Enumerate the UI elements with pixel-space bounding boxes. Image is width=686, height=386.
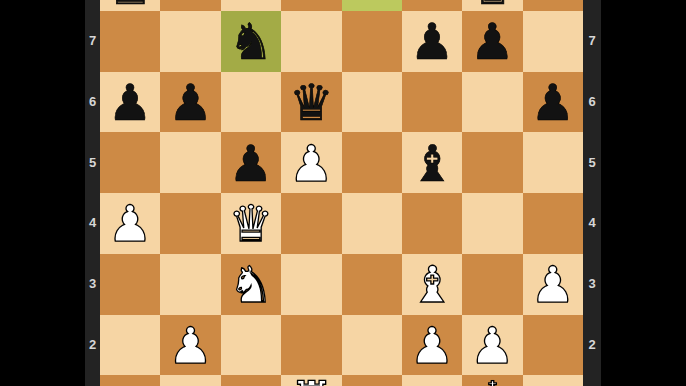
- rank-label-right-4: 4: [583, 216, 601, 230]
- black-pawn-c5[interactable]: ♟: [229, 139, 274, 189]
- board-frame-right: 765432: [583, 0, 601, 386]
- white-pawn-d5[interactable]: ♟: [289, 139, 334, 189]
- square-c1[interactable]: [221, 375, 281, 386]
- square-f4[interactable]: [402, 193, 462, 254]
- square-d1[interactable]: ♜: [281, 375, 341, 386]
- square-c7[interactable]: ♞: [221, 11, 281, 72]
- black-pawn-b6[interactable]: ♟: [168, 78, 213, 128]
- square-f1[interactable]: [402, 375, 462, 386]
- square-b5[interactable]: [160, 132, 220, 193]
- rank-label-right-5: 5: [583, 156, 601, 170]
- square-a4[interactable]: ♟: [100, 193, 160, 254]
- square-a3[interactable]: [100, 254, 160, 315]
- board-frame-left: 765432: [85, 0, 100, 386]
- white-king-g1[interactable]: ♚: [470, 375, 515, 386]
- square-f3[interactable]: ♝: [402, 254, 462, 315]
- square-b4[interactable]: [160, 193, 220, 254]
- chess-board: ♜♚♞♟♟♟♟♛♟♟♟♝♟♛♞♝♟♟♟♟♜♚: [100, 0, 583, 386]
- square-c2[interactable]: [221, 315, 281, 376]
- square-e1[interactable]: [342, 375, 402, 386]
- rank-label-right-3: 3: [583, 277, 601, 291]
- square-f8[interactable]: [402, 0, 462, 11]
- square-a1[interactable]: [100, 375, 160, 386]
- square-h2[interactable]: [523, 315, 583, 376]
- square-f6[interactable]: [402, 72, 462, 133]
- square-h5[interactable]: [523, 132, 583, 193]
- black-queen-d6[interactable]: ♛: [289, 78, 334, 128]
- square-d2[interactable]: [281, 315, 341, 376]
- square-b8[interactable]: [160, 0, 220, 11]
- square-f5[interactable]: ♝: [402, 132, 462, 193]
- black-bishop-f5[interactable]: ♝: [410, 139, 455, 189]
- square-b2[interactable]: ♟: [160, 315, 220, 376]
- square-d7[interactable]: [281, 11, 341, 72]
- white-queen-c4[interactable]: ♛: [229, 199, 274, 249]
- square-f7[interactable]: ♟: [402, 11, 462, 72]
- white-pawn-f2[interactable]: ♟: [410, 321, 455, 371]
- white-pawn-b2[interactable]: ♟: [168, 321, 213, 371]
- square-h3[interactable]: ♟: [523, 254, 583, 315]
- square-f2[interactable]: ♟: [402, 315, 462, 376]
- square-c5[interactable]: ♟: [221, 132, 281, 193]
- square-a5[interactable]: [100, 132, 160, 193]
- rank-label-left-4: 4: [85, 216, 100, 230]
- white-rook-d1[interactable]: ♜: [289, 375, 334, 386]
- square-b3[interactable]: [160, 254, 220, 315]
- square-c3[interactable]: ♞: [221, 254, 281, 315]
- rank-label-right-7: 7: [583, 34, 601, 48]
- rank-label-left-7: 7: [85, 34, 100, 48]
- square-a8[interactable]: ♜: [100, 0, 160, 11]
- square-h8[interactable]: [523, 0, 583, 11]
- black-pawn-g7[interactable]: ♟: [470, 17, 515, 67]
- square-d8[interactable]: [281, 0, 341, 11]
- square-h6[interactable]: ♟: [523, 72, 583, 133]
- square-h1[interactable]: [523, 375, 583, 386]
- square-d6[interactable]: ♛: [281, 72, 341, 133]
- square-e8[interactable]: [342, 0, 402, 11]
- white-pawn-g2[interactable]: ♟: [470, 321, 515, 371]
- rank-label-right-6: 6: [583, 95, 601, 109]
- square-g6[interactable]: [462, 72, 522, 133]
- rank-label-left-5: 5: [85, 156, 100, 170]
- white-pawn-h3[interactable]: ♟: [530, 260, 575, 310]
- square-g5[interactable]: [462, 132, 522, 193]
- square-g7[interactable]: ♟: [462, 11, 522, 72]
- white-pawn-a4[interactable]: ♟: [108, 199, 153, 249]
- rank-label-left-2: 2: [85, 338, 100, 352]
- square-c6[interactable]: [221, 72, 281, 133]
- rank-label-right-2: 2: [583, 338, 601, 352]
- square-b1[interactable]: [160, 375, 220, 386]
- square-d3[interactable]: [281, 254, 341, 315]
- square-d5[interactable]: ♟: [281, 132, 341, 193]
- square-c8[interactable]: [221, 0, 281, 11]
- rank-label-left-3: 3: [85, 277, 100, 291]
- rank-label-left-6: 6: [85, 95, 100, 109]
- square-e6[interactable]: [342, 72, 402, 133]
- square-h4[interactable]: [523, 193, 583, 254]
- square-g4[interactable]: [462, 193, 522, 254]
- square-e5[interactable]: [342, 132, 402, 193]
- black-knight-c7[interactable]: ♞: [229, 17, 274, 67]
- square-g2[interactable]: ♟: [462, 315, 522, 376]
- square-e7[interactable]: [342, 11, 402, 72]
- white-knight-c3[interactable]: ♞: [229, 260, 274, 310]
- square-b7[interactable]: [160, 11, 220, 72]
- square-g1[interactable]: ♚: [462, 375, 522, 386]
- square-e2[interactable]: [342, 315, 402, 376]
- square-a7[interactable]: [100, 11, 160, 72]
- chess-app-viewport: 765432 765432 ♜♚♞♟♟♟♟♛♟♟♟♝♟♛♞♝♟♟♟♟♜♚: [0, 0, 686, 386]
- square-a6[interactable]: ♟: [100, 72, 160, 133]
- square-g3[interactable]: [462, 254, 522, 315]
- square-c4[interactable]: ♛: [221, 193, 281, 254]
- square-g8[interactable]: ♚: [462, 0, 522, 11]
- square-h7[interactable]: [523, 11, 583, 72]
- square-e4[interactable]: [342, 193, 402, 254]
- black-pawn-f7[interactable]: ♟: [410, 17, 455, 67]
- black-pawn-h6[interactable]: ♟: [530, 78, 575, 128]
- square-e3[interactable]: [342, 254, 402, 315]
- white-bishop-f3[interactable]: ♝: [410, 260, 455, 310]
- square-a2[interactable]: [100, 315, 160, 376]
- square-d4[interactable]: [281, 193, 341, 254]
- square-b6[interactable]: ♟: [160, 72, 220, 133]
- black-pawn-a6[interactable]: ♟: [108, 78, 153, 128]
